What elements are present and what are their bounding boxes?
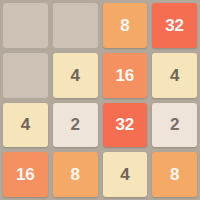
tile-8-r4c2: 8	[53, 152, 98, 197]
tile-16-r2c3: 16	[103, 53, 148, 98]
tile-2-r3c2: 2	[53, 103, 98, 148]
tile-4-r2c2: 4	[53, 53, 98, 98]
tile-32-r3c3: 32	[103, 103, 148, 148]
board-2048[interactable]: 83241644232216848	[0, 0, 200, 200]
tile-4-r2c4: 4	[152, 53, 197, 98]
tile-32-r1c4: 32	[152, 3, 197, 48]
empty-cell-r1c1	[3, 3, 48, 48]
tile-4-r3c1: 4	[3, 103, 48, 148]
tile-8-r1c3: 8	[103, 3, 148, 48]
tile-16-r4c1: 16	[3, 152, 48, 197]
empty-cell-r1c2	[53, 3, 98, 48]
tile-2-r3c4: 2	[152, 103, 197, 148]
tile-8-r4c4: 8	[152, 152, 197, 197]
empty-cell-r2c1	[3, 53, 48, 98]
tile-4-r4c3: 4	[103, 152, 148, 197]
